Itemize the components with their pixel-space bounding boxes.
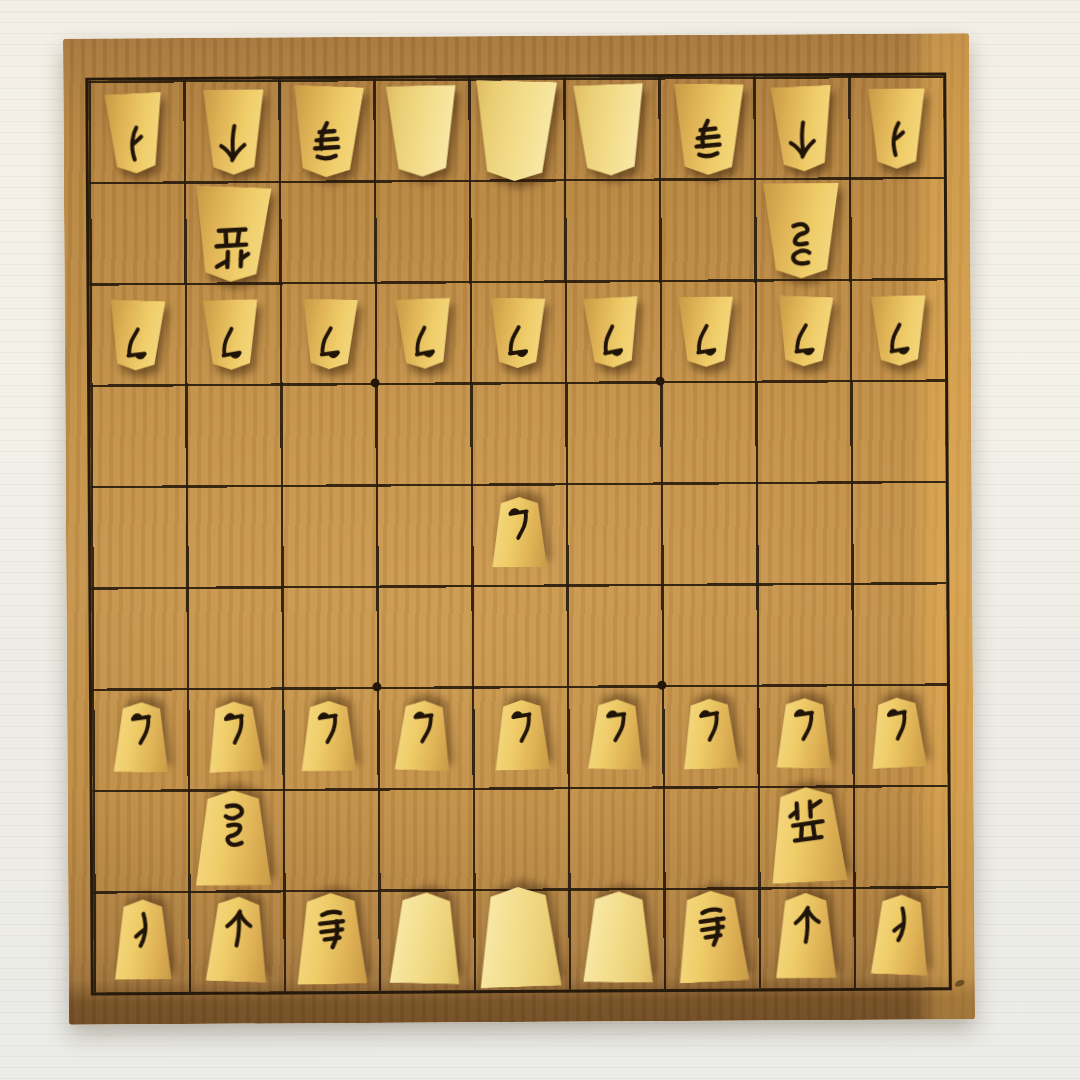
- piece-face: [300, 299, 360, 370]
- piece-rook-gote[interactable]: [191, 186, 272, 281]
- piece-face: [190, 185, 273, 283]
- piece-face: [387, 892, 463, 985]
- pawn-kanji-icon: [782, 703, 825, 746]
- lance-kanji-icon: [111, 117, 158, 168]
- piece-gold-sente[interactable]: [581, 891, 656, 982]
- piece-face: [474, 886, 563, 989]
- piece-silver-sente[interactable]: [675, 890, 750, 981]
- piece-pawn-gote[interactable]: [201, 300, 259, 370]
- piece-knight-gote[interactable]: [201, 90, 266, 175]
- board-grid[interactable]: [85, 72, 952, 995]
- piece-pawn-sente[interactable]: [490, 497, 548, 567]
- hoshi-dot: [657, 681, 666, 690]
- shogi-board[interactable]: [63, 33, 975, 1025]
- lance-kanji-icon: [874, 114, 919, 164]
- piece-pawn-sente[interactable]: [394, 700, 452, 770]
- piece-pawn-sente[interactable]: [869, 697, 927, 767]
- piece-face: [113, 899, 173, 979]
- piece-lance-gote[interactable]: [104, 93, 164, 173]
- piece-knight-sente[interactable]: [774, 893, 839, 978]
- piece-pawn-sente[interactable]: [493, 699, 551, 769]
- silver-kanji-icon: [303, 899, 359, 956]
- piece-king-gote[interactable]: [472, 80, 559, 181]
- pawn-kanji-icon: [500, 704, 544, 748]
- piece-pawn-sente[interactable]: [587, 699, 645, 769]
- piece-face: [680, 698, 740, 770]
- knight-kanji-icon: [213, 901, 262, 955]
- pawn-kanji-icon: [401, 320, 445, 364]
- piece-knight-gote[interactable]: [770, 86, 835, 171]
- lance-kanji-icon: [121, 905, 166, 955]
- piece-gold-gote[interactable]: [572, 84, 647, 175]
- bishop-kanji-icon: [204, 797, 264, 855]
- piece-face: [571, 83, 648, 176]
- piece-face: [774, 698, 833, 768]
- piece-face: [768, 85, 836, 173]
- piece-pawn-gote[interactable]: [775, 296, 833, 366]
- piece-face: [765, 785, 849, 884]
- piece-face: [111, 702, 170, 772]
- silver-kanji-icon: [680, 112, 735, 168]
- piece-face: [869, 894, 932, 976]
- piece-face: [300, 701, 358, 771]
- piece-pawn-sente[interactable]: [112, 702, 170, 772]
- piece-silver-sente[interactable]: [294, 893, 369, 984]
- silver-kanji-icon: [298, 114, 355, 172]
- piece-knight-sente[interactable]: [205, 896, 270, 981]
- piece-face: [673, 889, 751, 983]
- piece-bishop-gote[interactable]: [760, 183, 841, 278]
- piece-face: [867, 696, 928, 769]
- wood-blemish: [954, 978, 966, 988]
- piece-face: [774, 296, 834, 368]
- pawn-kanji-icon: [307, 321, 351, 365]
- piece-face: [102, 92, 166, 175]
- piece-silver-gote[interactable]: [290, 86, 365, 177]
- piece-silver-gote[interactable]: [671, 84, 746, 175]
- pawn-kanji-icon: [307, 706, 350, 749]
- hoshi-dot: [656, 377, 665, 386]
- piece-face: [488, 298, 547, 368]
- pawn-kanji-icon: [594, 704, 638, 748]
- pawn-kanji-icon: [687, 703, 731, 747]
- piece-face: [581, 296, 642, 369]
- piece-lance-sente[interactable]: [870, 895, 930, 975]
- piece-pawn-sente[interactable]: [300, 701, 358, 771]
- pawn-kanji-icon: [684, 319, 727, 362]
- piece-face: [393, 298, 453, 370]
- rook-kanji-icon: [201, 215, 262, 275]
- piece-pawn-gote[interactable]: [582, 298, 640, 368]
- hoshi-dot: [371, 378, 380, 387]
- bishop-kanji-icon: [771, 212, 831, 270]
- pawn-kanji-icon: [875, 702, 920, 747]
- piece-face: [869, 295, 928, 366]
- piece-face: [204, 700, 265, 773]
- hoshi-dot: [372, 682, 381, 691]
- piece-bishop-sente[interactable]: [193, 790, 274, 885]
- pawn-kanji-icon: [498, 502, 541, 545]
- pawn-kanji-icon: [782, 318, 826, 362]
- piece-face: [293, 892, 369, 984]
- piece-pawn-gote[interactable]: [869, 296, 927, 366]
- piece-face: [288, 85, 365, 179]
- knight-kanji-icon: [782, 899, 830, 952]
- piece-pawn-gote[interactable]: [488, 298, 546, 368]
- lance-kanji-icon: [877, 900, 923, 951]
- piece-face: [383, 85, 459, 177]
- piece-face: [393, 699, 453, 771]
- piece-face: [676, 297, 734, 367]
- pawn-kanji-icon: [212, 706, 257, 751]
- knight-kanji-icon: [778, 112, 828, 167]
- piece-face: [203, 895, 270, 982]
- piece-face: [492, 699, 551, 770]
- piece-face: [201, 300, 260, 371]
- piece-face: [774, 893, 839, 978]
- piece-pawn-gote[interactable]: [676, 297, 734, 367]
- piece-pawn-sente[interactable]: [775, 698, 833, 768]
- piece-face: [193, 790, 274, 885]
- piece-face: [581, 891, 656, 983]
- piece-face: [201, 90, 266, 175]
- piece-face: [866, 88, 926, 168]
- pawn-kanji-icon: [209, 322, 253, 366]
- pawn-kanji-icon: [877, 318, 921, 362]
- piece-lance-sente[interactable]: [113, 899, 173, 979]
- piece-face: [490, 497, 548, 567]
- piece-pawn-sente[interactable]: [206, 701, 264, 771]
- rook-kanji-icon: [776, 793, 838, 854]
- piece-face: [586, 698, 646, 769]
- piece-king-sente[interactable]: [476, 887, 563, 988]
- pawn-kanji-icon: [496, 320, 539, 363]
- piece-face: [671, 84, 746, 176]
- pawn-kanji-icon: [589, 319, 634, 364]
- pawn-kanji-icon: [114, 322, 158, 366]
- piece-pawn-gote[interactable]: [107, 300, 165, 370]
- piece-face: [471, 80, 559, 182]
- pieces-layer: [88, 75, 943, 80]
- piece-pawn-gote[interactable]: [300, 299, 358, 369]
- piece-gold-gote[interactable]: [384, 86, 459, 177]
- silver-kanji-icon: [683, 896, 740, 954]
- piece-rook-sente[interactable]: [767, 787, 848, 882]
- piece-pawn-sente[interactable]: [681, 698, 739, 768]
- knight-kanji-icon: [209, 117, 257, 170]
- piece-face: [760, 183, 841, 278]
- pawn-kanji-icon: [401, 705, 445, 749]
- pawn-kanji-icon: [119, 707, 162, 750]
- piece-face: [106, 300, 166, 372]
- piece-gold-sente[interactable]: [388, 892, 463, 983]
- piece-lance-gote[interactable]: [866, 88, 926, 168]
- piece-pawn-gote[interactable]: [394, 299, 452, 369]
